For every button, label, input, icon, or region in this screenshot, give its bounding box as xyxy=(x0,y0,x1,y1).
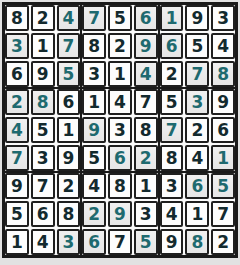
box-1-3: 193654278 xyxy=(160,5,235,87)
cell-r1c2[interactable]: 2 xyxy=(31,5,55,31)
cell-r7c2[interactable]: 7 xyxy=(31,173,55,199)
cell-r1c6[interactable]: 6 xyxy=(134,5,158,31)
cell-r3c3[interactable]: 5 xyxy=(57,61,81,87)
cell-r3c4[interactable]: 3 xyxy=(82,61,106,87)
cell-r9c2[interactable]: 4 xyxy=(31,229,55,255)
cell-r9c7[interactable]: 9 xyxy=(160,229,184,255)
cell-r5c2[interactable]: 5 xyxy=(31,117,55,143)
cell-r3c5[interactable]: 1 xyxy=(108,61,132,87)
cell-r9c1[interactable]: 1 xyxy=(5,229,29,255)
cell-r4c6[interactable]: 7 xyxy=(134,89,158,115)
cell-r5c4[interactable]: 9 xyxy=(82,117,106,143)
cell-r1c9[interactable]: 3 xyxy=(211,5,235,31)
box-1-1: 824317695 xyxy=(5,5,80,87)
cell-r7c1[interactable]: 9 xyxy=(5,173,29,199)
cell-r1c8[interactable]: 9 xyxy=(185,5,209,31)
cell-r3c8[interactable]: 7 xyxy=(185,61,209,87)
cell-r5c8[interactable]: 2 xyxy=(185,117,209,143)
cell-r8c9[interactable]: 7 xyxy=(211,201,235,227)
cell-r9c8[interactable]: 8 xyxy=(185,229,209,255)
cell-r9c9[interactable]: 2 xyxy=(211,229,235,255)
cell-r7c8[interactable]: 6 xyxy=(185,173,209,199)
cell-r2c1[interactable]: 3 xyxy=(5,33,29,59)
cell-r8c3[interactable]: 8 xyxy=(57,201,81,227)
cell-r4c2[interactable]: 8 xyxy=(31,89,55,115)
box-2-1: 286451739 xyxy=(5,89,80,171)
cell-r1c7[interactable]: 1 xyxy=(160,5,184,31)
cell-r2c5[interactable]: 2 xyxy=(108,33,132,59)
cell-r4c3[interactable]: 6 xyxy=(57,89,81,115)
cell-r3c6[interactable]: 4 xyxy=(134,61,158,87)
cell-r8c7[interactable]: 4 xyxy=(160,201,184,227)
cell-r6c5[interactable]: 6 xyxy=(108,145,132,171)
cell-r7c6[interactable]: 1 xyxy=(134,173,158,199)
cell-r8c2[interactable]: 6 xyxy=(31,201,55,227)
cell-r2c4[interactable]: 8 xyxy=(82,33,106,59)
cell-r5c6[interactable]: 8 xyxy=(134,117,158,143)
cell-r4c9[interactable]: 9 xyxy=(211,89,235,115)
cell-r5c9[interactable]: 6 xyxy=(211,117,235,143)
cell-r6c1[interactable]: 7 xyxy=(5,145,29,171)
cell-r4c1[interactable]: 2 xyxy=(5,89,29,115)
cell-r2c7[interactable]: 6 xyxy=(160,33,184,59)
cell-r5c3[interactable]: 1 xyxy=(57,117,81,143)
cell-r2c9[interactable]: 4 xyxy=(211,33,235,59)
cell-r3c2[interactable]: 9 xyxy=(31,61,55,87)
cell-r6c3[interactable]: 9 xyxy=(57,145,81,171)
cell-r4c8[interactable]: 3 xyxy=(185,89,209,115)
cell-r3c7[interactable]: 2 xyxy=(160,61,184,87)
cell-r1c4[interactable]: 7 xyxy=(82,5,106,31)
box-2-2: 147938562 xyxy=(82,89,157,171)
cell-r5c5[interactable]: 3 xyxy=(108,117,132,143)
cell-r4c4[interactable]: 1 xyxy=(82,89,106,115)
cell-r6c8[interactable]: 4 xyxy=(185,145,209,171)
cell-r6c6[interactable]: 2 xyxy=(134,145,158,171)
cell-r8c1[interactable]: 5 xyxy=(5,201,29,227)
cell-r9c4[interactable]: 6 xyxy=(82,229,106,255)
cell-r5c1[interactable]: 4 xyxy=(5,117,29,143)
cell-r9c3[interactable]: 3 xyxy=(57,229,81,255)
cell-r8c8[interactable]: 1 xyxy=(185,201,209,227)
cell-r3c1[interactable]: 6 xyxy=(5,61,29,87)
cell-r2c3[interactable]: 7 xyxy=(57,33,81,59)
cell-r1c3[interactable]: 4 xyxy=(57,5,81,31)
cell-r9c6[interactable]: 5 xyxy=(134,229,158,255)
cell-r7c3[interactable]: 2 xyxy=(57,173,81,199)
cell-r5c7[interactable]: 7 xyxy=(160,117,184,143)
cell-r9c5[interactable]: 7 xyxy=(108,229,132,255)
cell-r6c2[interactable]: 3 xyxy=(31,145,55,171)
box-1-2: 756829314 xyxy=(82,5,157,87)
cell-r6c9[interactable]: 1 xyxy=(211,145,235,171)
cell-r2c8[interactable]: 5 xyxy=(185,33,209,59)
cell-r6c4[interactable]: 5 xyxy=(82,145,106,171)
cell-r7c9[interactable]: 5 xyxy=(211,173,235,199)
cell-r1c5[interactable]: 5 xyxy=(108,5,132,31)
cell-r8c6[interactable]: 3 xyxy=(134,201,158,227)
cell-r7c5[interactable]: 8 xyxy=(108,173,132,199)
box-3-2: 481293675 xyxy=(82,173,157,255)
box-3-3: 365417982 xyxy=(160,173,235,255)
cell-r3c9[interactable]: 8 xyxy=(211,61,235,87)
cell-r8c5[interactable]: 9 xyxy=(108,201,132,227)
cell-r4c7[interactable]: 5 xyxy=(160,89,184,115)
cell-r6c7[interactable]: 8 xyxy=(160,145,184,171)
sudoku-board: 8243176957568293141936542782864517391479… xyxy=(2,2,238,258)
cell-r8c4[interactable]: 2 xyxy=(82,201,106,227)
cell-r7c4[interactable]: 4 xyxy=(82,173,106,199)
box-3-1: 972568143 xyxy=(5,173,80,255)
cell-r1c1[interactable]: 8 xyxy=(5,5,29,31)
cell-r2c2[interactable]: 1 xyxy=(31,33,55,59)
cell-r4c5[interactable]: 4 xyxy=(108,89,132,115)
cell-r2c6[interactable]: 9 xyxy=(134,33,158,59)
box-2-3: 539726841 xyxy=(160,89,235,171)
cell-r7c7[interactable]: 3 xyxy=(160,173,184,199)
